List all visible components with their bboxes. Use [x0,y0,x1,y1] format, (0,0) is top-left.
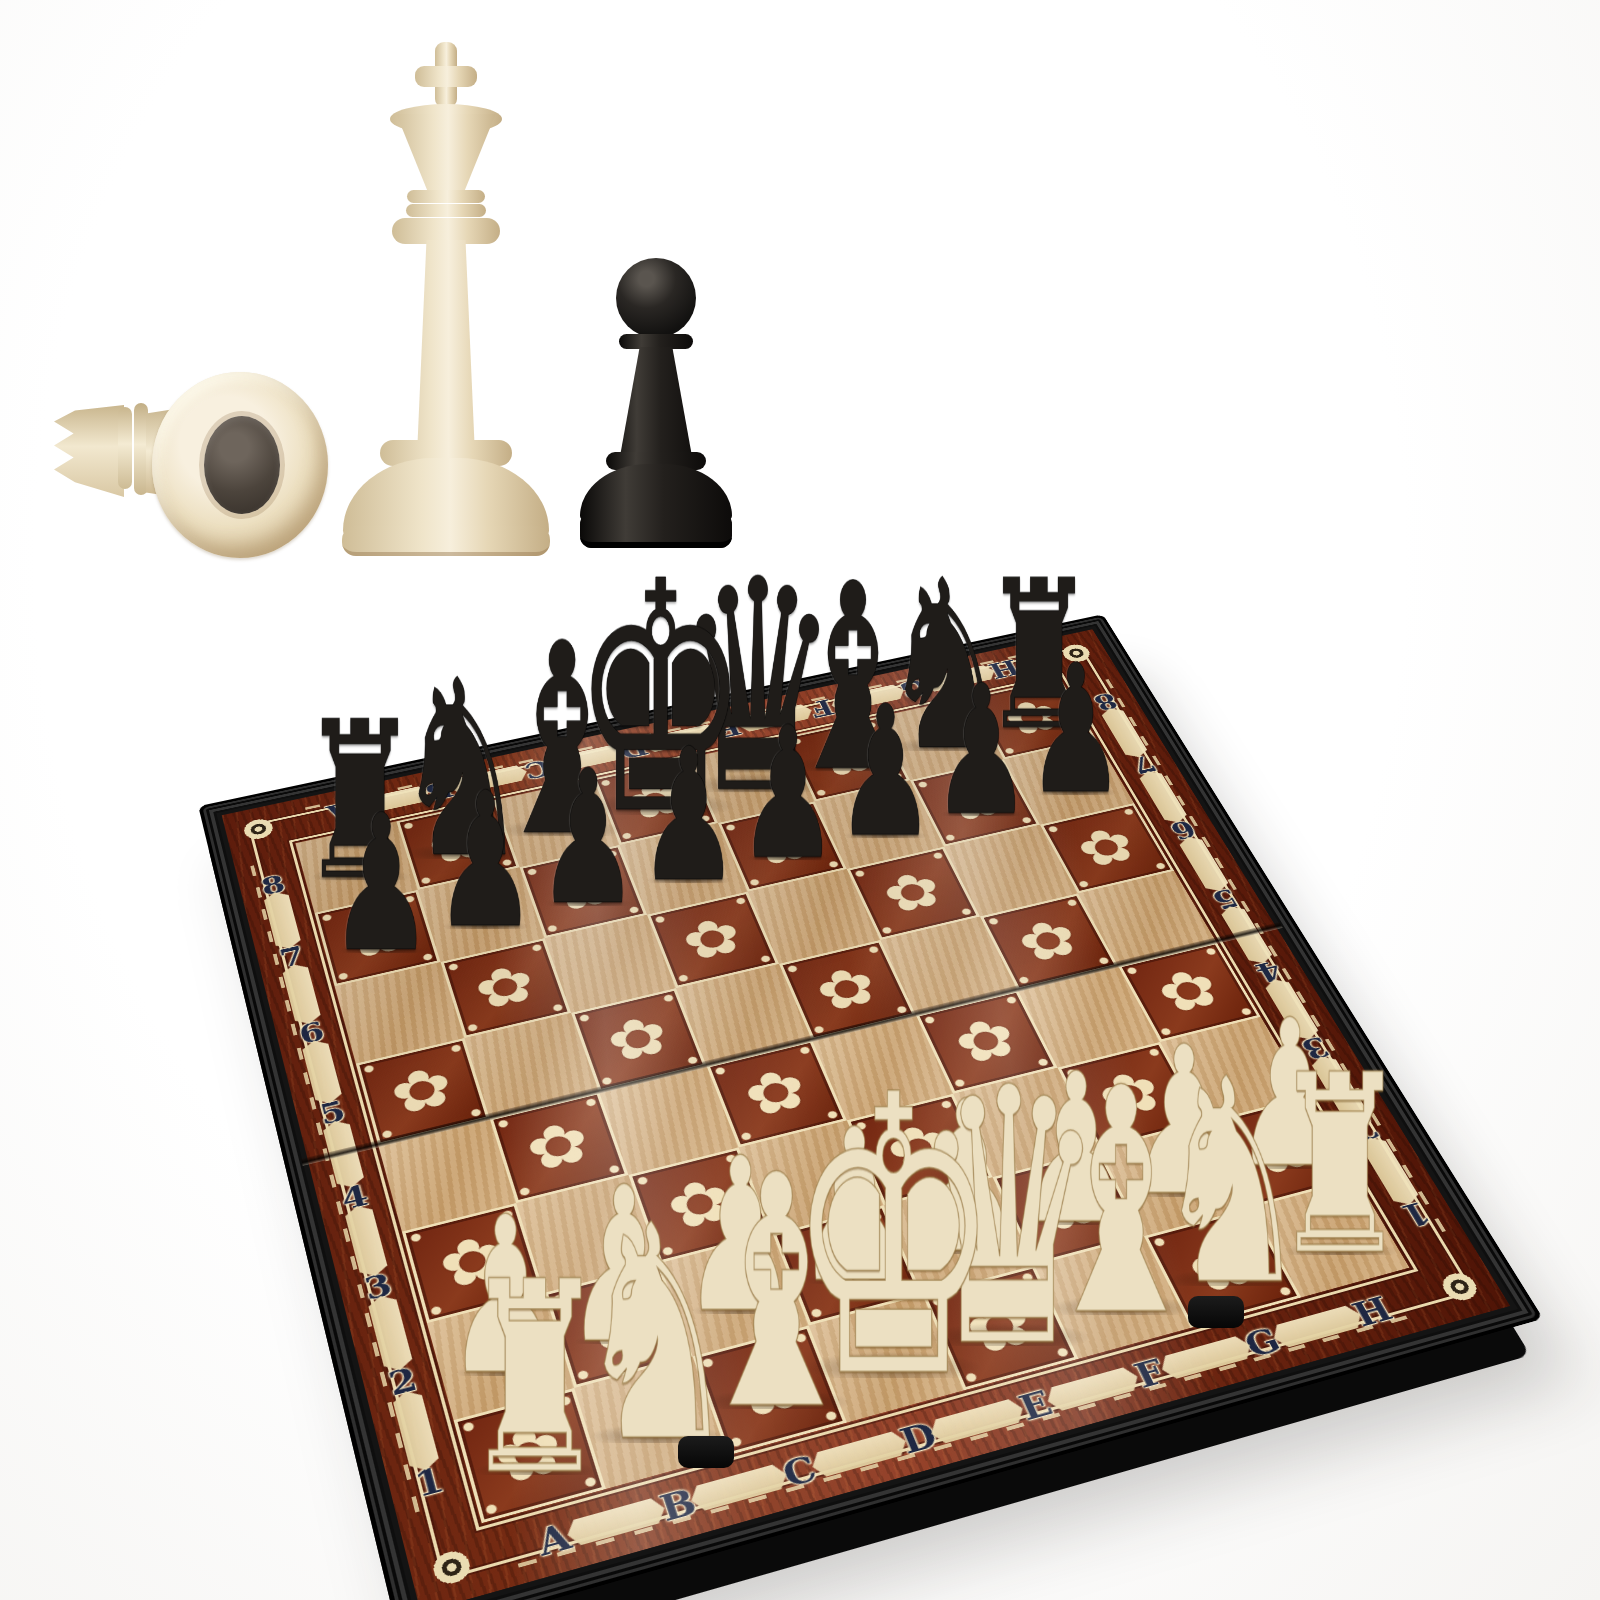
rook-glyph-icon: ♜ [462,1247,609,1511]
square-ornament-icon: ✿ [745,817,819,874]
square-ornament-icon: ✿ [995,691,1068,742]
chess-board: AA11BB22CC33DD44EE55FF66GG77HH88 ✿✿✿✿✿✿✿… [198,614,1543,1600]
board-foot [1188,1296,1244,1328]
square-ornament-icon: ✿ [807,957,886,1020]
square-ornament-icon: ✿ [546,861,619,920]
square-ornament-icon: ✿ [619,773,690,828]
square-ornament-icon: ✿ [874,863,951,922]
board-foot [678,1436,734,1468]
product-photo-page: { "scene_description": "Product photo of… [0,0,1600,1600]
board-scene: AA11BB22CC33DD44EE55FF66GG77HH88 ✿✿✿✿✿✿✿… [0,0,1600,1600]
square-ornament-icon: ✿ [1067,819,1145,876]
square-ornament-icon: ✿ [810,731,882,784]
square-ornament-icon: ✿ [937,774,1012,829]
square-ornament-icon: ✿ [422,815,492,872]
square-ornament-icon: ✿ [341,906,412,967]
square-ornament-icon: ✿ [468,955,542,1018]
square-ornament-icon: ✿ [1008,910,1088,971]
square-ornament-icon: ✿ [674,908,750,969]
